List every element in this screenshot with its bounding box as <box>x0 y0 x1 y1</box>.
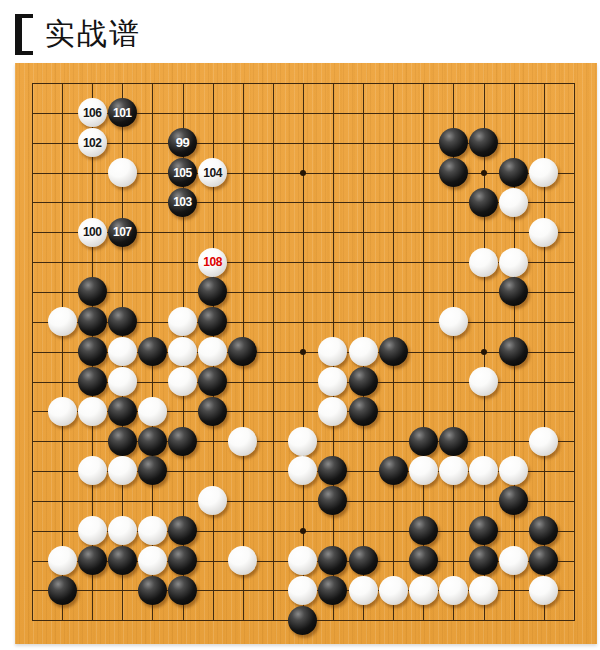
stone-black <box>439 128 468 157</box>
stone-white <box>288 427 317 456</box>
stone-black: 107 <box>108 218 137 247</box>
stone-black <box>379 337 408 366</box>
stone-black <box>78 367 107 396</box>
stone-black <box>228 337 257 366</box>
stone-black <box>469 516 498 545</box>
stone-white <box>529 576 558 605</box>
go-board-grid: 10610110299105104103100107108 <box>17 68 589 635</box>
stone-black <box>409 546 438 575</box>
stone-white: 106 <box>78 98 107 127</box>
stone-black: 99 <box>168 128 197 157</box>
stone-black: 101 <box>108 98 137 127</box>
stone-black <box>78 337 107 366</box>
stone-white <box>288 456 317 485</box>
stone-black <box>138 337 167 366</box>
stone-black <box>379 456 408 485</box>
stone-white <box>78 397 107 426</box>
stone-white: 100 <box>78 218 107 247</box>
stone-black <box>499 158 528 187</box>
stone-black <box>108 397 137 426</box>
stone-white <box>48 397 77 426</box>
stone-black <box>318 486 347 515</box>
stone-white <box>108 456 137 485</box>
stone-black <box>499 277 528 306</box>
stone-white <box>168 337 197 366</box>
stone-white <box>439 576 468 605</box>
stone-black <box>168 516 197 545</box>
stone-white <box>78 516 107 545</box>
stone-white <box>168 367 197 396</box>
stone-black <box>318 456 347 485</box>
stone-black <box>168 427 197 456</box>
stone-black <box>318 546 347 575</box>
header: 实战谱 <box>15 10 141 58</box>
stone-black <box>288 606 317 635</box>
stone-black <box>138 576 167 605</box>
move-number-latest: 108 <box>203 256 222 268</box>
stone-white <box>529 427 558 456</box>
stone-black <box>439 427 468 456</box>
stone-white <box>349 337 378 366</box>
stone-white <box>228 546 257 575</box>
stone-black <box>48 576 77 605</box>
stone-black <box>349 546 378 575</box>
stone-black <box>499 486 528 515</box>
stone-black <box>168 546 197 575</box>
stone-white <box>529 218 558 247</box>
stone-black <box>78 307 107 336</box>
stone-white <box>439 307 468 336</box>
go-board[interactable]: 10610110299105104103100107108 <box>15 63 597 644</box>
move-number: 100 <box>83 226 102 238</box>
stone-black <box>168 576 197 605</box>
stone-white <box>499 188 528 217</box>
stone-white <box>228 427 257 456</box>
stone-black <box>198 367 227 396</box>
stone-black <box>439 158 468 187</box>
stone-black: 103 <box>168 188 197 217</box>
stone-white: 104 <box>198 158 227 187</box>
stone-black <box>499 337 528 366</box>
title-bracket-icon <box>15 14 33 55</box>
stone-white <box>318 397 347 426</box>
stone-white <box>108 158 137 187</box>
stone-black <box>469 128 498 157</box>
stone-white <box>439 456 468 485</box>
stone-white <box>499 248 528 277</box>
stone-white <box>108 516 137 545</box>
stone-black <box>469 188 498 217</box>
stone-white: 108 <box>198 248 227 277</box>
stone-white <box>318 337 347 366</box>
move-number: 106 <box>83 107 102 119</box>
stone-white <box>168 307 197 336</box>
stone-white <box>198 486 227 515</box>
stone-black <box>78 277 107 306</box>
stone-white <box>108 337 137 366</box>
move-number: 99 <box>176 136 189 149</box>
stone-black <box>349 367 378 396</box>
stone-white <box>409 456 438 485</box>
stone-black <box>108 307 137 336</box>
move-number: 103 <box>173 196 192 208</box>
move-number: 101 <box>113 107 132 119</box>
stone-black <box>78 546 107 575</box>
stone-white <box>499 546 528 575</box>
stone-black: 105 <box>168 158 197 187</box>
stone-black <box>529 516 558 545</box>
stone-black <box>138 427 167 456</box>
stone-white <box>288 576 317 605</box>
stone-white <box>469 576 498 605</box>
stone-white <box>349 576 378 605</box>
stone-white: 102 <box>78 128 107 157</box>
stone-black <box>529 546 558 575</box>
stone-black <box>318 576 347 605</box>
stone-black <box>469 546 498 575</box>
stone-black <box>108 546 137 575</box>
stone-white <box>469 367 498 396</box>
stone-black <box>138 456 167 485</box>
stone-black <box>108 427 137 456</box>
stone-white <box>138 546 167 575</box>
move-number: 104 <box>203 167 222 179</box>
stone-black <box>198 307 227 336</box>
stone-white <box>138 516 167 545</box>
stone-white <box>318 367 347 396</box>
stone-white <box>529 158 558 187</box>
stone-white <box>409 576 438 605</box>
move-number: 107 <box>113 226 132 238</box>
stone-black <box>198 397 227 426</box>
stone-white <box>469 456 498 485</box>
stone-white <box>379 576 408 605</box>
stone-black <box>409 516 438 545</box>
stone-black <box>349 397 378 426</box>
stone-white <box>288 546 317 575</box>
stone-white <box>138 397 167 426</box>
stone-white <box>78 456 107 485</box>
page-title: 实战谱 <box>45 19 141 49</box>
stone-white <box>48 546 77 575</box>
stone-white <box>499 456 528 485</box>
stone-black <box>409 427 438 456</box>
move-number: 102 <box>83 137 102 149</box>
stone-white <box>469 248 498 277</box>
stone-white <box>48 307 77 336</box>
stone-white <box>108 367 137 396</box>
move-number: 105 <box>173 167 192 179</box>
stone-white <box>198 337 227 366</box>
stone-black <box>198 277 227 306</box>
